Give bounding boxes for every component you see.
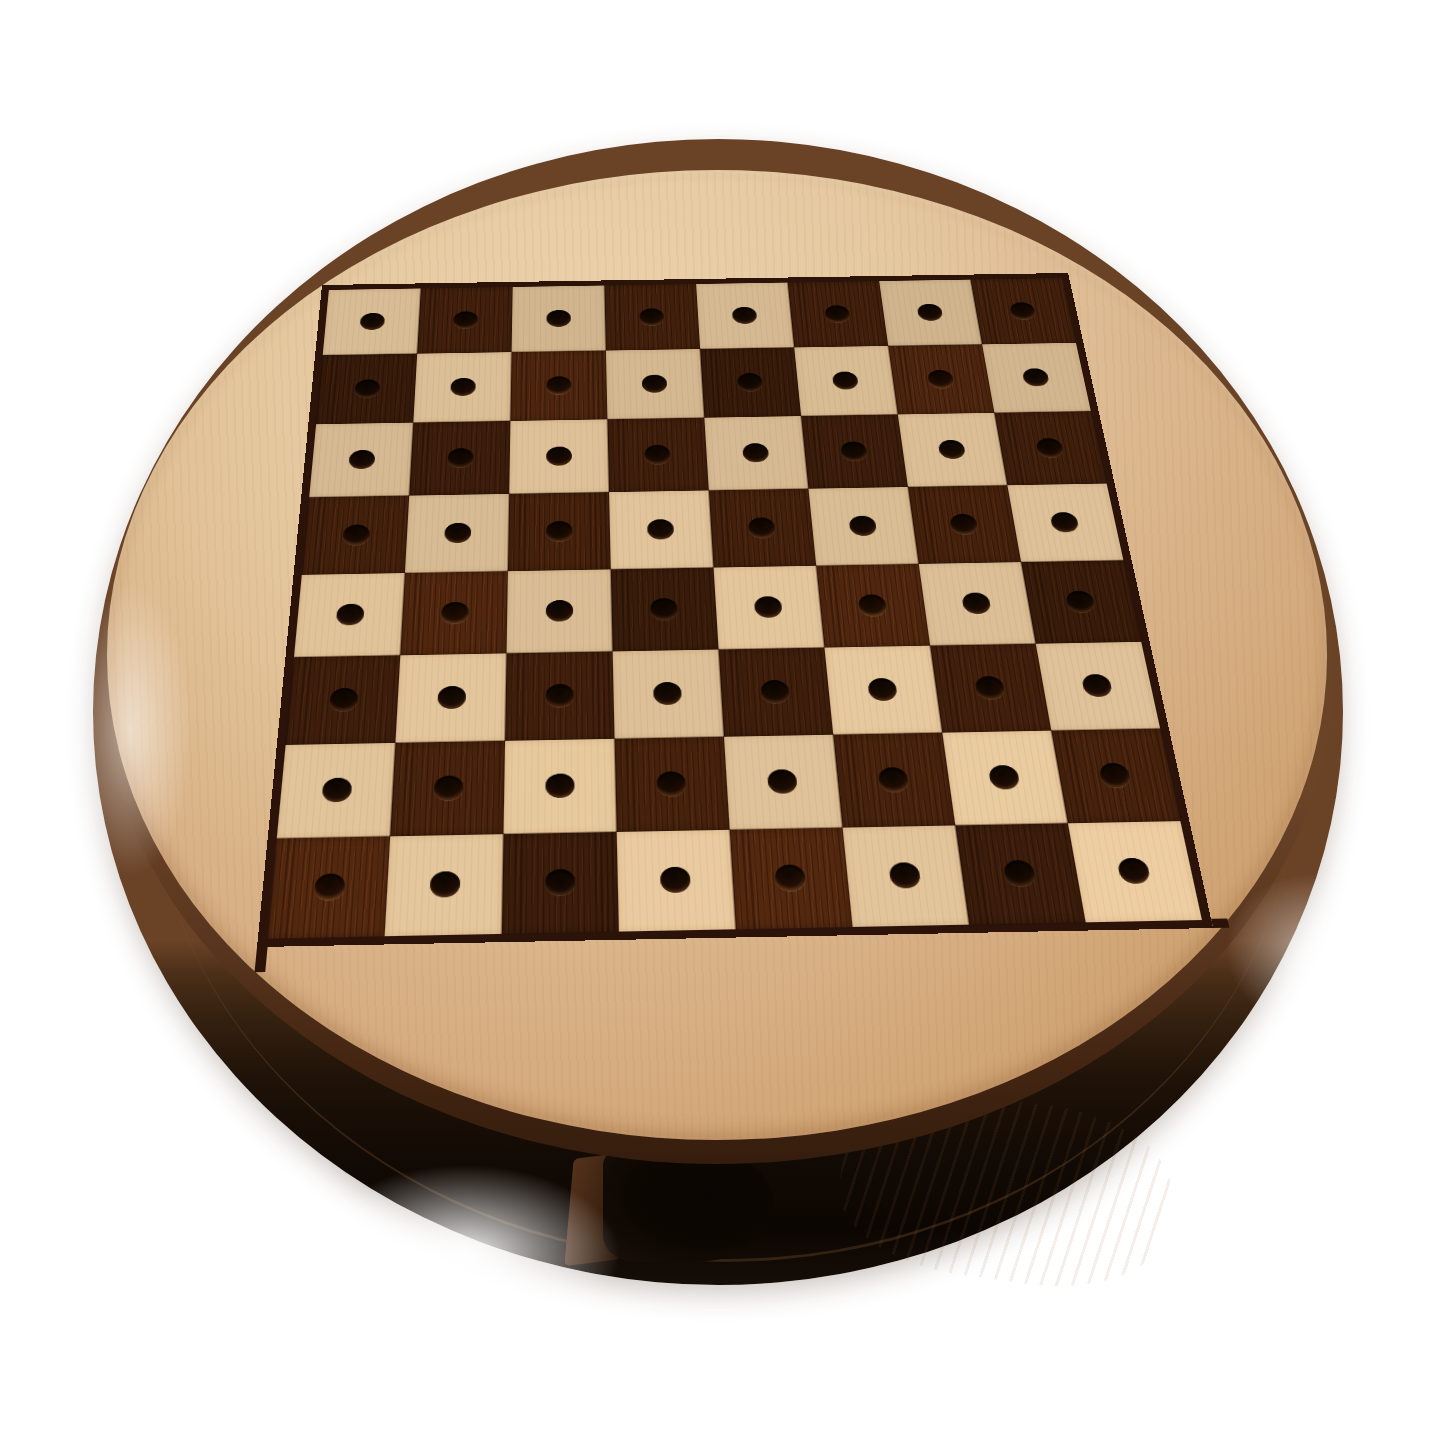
peg-hole: [867, 678, 898, 701]
peg-hole: [322, 778, 353, 803]
square-e7[interactable]: [700, 347, 801, 417]
peg-hole: [988, 765, 1021, 790]
square-d2[interactable]: [615, 737, 730, 832]
square-e3[interactable]: [719, 648, 834, 737]
square-c3[interactable]: [505, 651, 615, 740]
square-d3[interactable]: [613, 650, 724, 739]
peg-hole: [348, 450, 375, 469]
square-c5[interactable]: [508, 492, 611, 571]
peg-hole: [447, 448, 473, 467]
peg-hole: [546, 376, 571, 394]
peg-hole: [938, 440, 966, 459]
peg-hole: [742, 443, 769, 462]
square-c8[interactable]: [512, 286, 606, 353]
square-f7[interactable]: [794, 346, 898, 416]
square-h3[interactable]: [1036, 642, 1160, 731]
frame-corner-inlay-line-right: [1211, 918, 1229, 928]
square-c1[interactable]: [502, 832, 619, 934]
square-a3[interactable]: [286, 655, 401, 745]
peg-hole: [546, 521, 572, 542]
peg-hole: [647, 519, 674, 540]
square-f1[interactable]: [843, 825, 970, 926]
square-d8[interactable]: [604, 284, 700, 351]
square-h4[interactable]: [1021, 560, 1141, 643]
peg-hole: [430, 871, 461, 898]
peg-hole: [546, 446, 572, 465]
square-d1[interactable]: [617, 830, 736, 932]
square-a6[interactable]: [309, 423, 413, 498]
peg-hole: [660, 867, 691, 893]
square-c4[interactable]: [507, 569, 613, 653]
peg-hole: [732, 307, 758, 324]
square-g8[interactable]: [879, 280, 982, 346]
square-a1[interactable]: [267, 836, 390, 938]
square-f5[interactable]: [808, 487, 918, 566]
square-h2[interactable]: [1051, 729, 1180, 824]
peg-hole: [545, 869, 575, 895]
square-b7[interactable]: [413, 352, 511, 422]
peg-hole: [354, 379, 380, 397]
peg-hole: [927, 370, 955, 388]
peg-hole: [444, 523, 471, 544]
square-b8[interactable]: [417, 287, 513, 354]
peg-hole: [974, 676, 1005, 699]
peg-hole: [546, 684, 574, 707]
square-h6[interactable]: [994, 411, 1106, 485]
peg-hole: [656, 771, 686, 796]
peg-hole: [1009, 302, 1036, 319]
square-e4[interactable]: [714, 566, 825, 650]
peg-hole: [767, 769, 798, 794]
peg-hole: [1098, 763, 1132, 788]
peg-hole: [949, 514, 978, 534]
peg-hole: [774, 864, 806, 890]
square-b4[interactable]: [400, 571, 508, 655]
peg-hole: [441, 602, 469, 624]
peg-hole: [639, 308, 664, 325]
square-a7[interactable]: [316, 354, 417, 425]
square-h1[interactable]: [1068, 821, 1202, 922]
peg-hole: [342, 524, 370, 545]
peg-hole: [1065, 591, 1096, 613]
square-g3[interactable]: [930, 644, 1051, 733]
peg-hole: [547, 310, 571, 327]
peg-hole: [437, 686, 466, 709]
peg-hole: [858, 594, 888, 616]
peg-hole: [832, 371, 859, 389]
square-b6[interactable]: [409, 421, 510, 496]
peg-hole: [824, 305, 850, 322]
peg-hole: [329, 688, 359, 711]
peg-hole: [434, 775, 464, 800]
peg-hole: [1116, 858, 1151, 884]
square-d6[interactable]: [607, 418, 708, 492]
peg-hole: [760, 680, 790, 703]
peg-hole: [642, 375, 668, 393]
peg-hole: [961, 592, 991, 614]
peg-hole: [360, 313, 386, 330]
peg-hole: [840, 441, 868, 460]
square-f2[interactable]: [833, 733, 955, 828]
peg-hole: [1022, 368, 1050, 386]
square-f3[interactable]: [824, 646, 942, 735]
peg-hole: [1081, 674, 1113, 697]
square-e6[interactable]: [704, 416, 808, 490]
peg-hole: [545, 773, 574, 798]
square-g6[interactable]: [898, 413, 1008, 487]
peg-hole: [748, 517, 776, 537]
square-d7[interactable]: [606, 349, 704, 419]
peg-hole: [653, 682, 682, 705]
peg-hole: [453, 311, 478, 328]
peg-hole: [737, 373, 763, 391]
square-f6[interactable]: [801, 414, 908, 488]
square-e1[interactable]: [730, 828, 853, 930]
square-e2[interactable]: [724, 735, 843, 830]
peg-hole: [917, 304, 944, 321]
peg-hole: [1003, 860, 1037, 886]
peg-hole: [1035, 438, 1064, 457]
square-h8[interactable]: [971, 278, 1076, 344]
square-h5[interactable]: [1007, 484, 1123, 563]
square-e8[interactable]: [696, 283, 794, 349]
square-c2[interactable]: [504, 739, 617, 834]
chess-board[interactable]: [257, 273, 1213, 947]
peg-hole: [450, 378, 476, 396]
square-e5[interactable]: [709, 489, 816, 568]
square-a8[interactable]: [323, 288, 421, 355]
peg-hole: [1050, 512, 1080, 532]
square-g5[interactable]: [908, 485, 1021, 564]
square-g4[interactable]: [919, 562, 1036, 646]
square-a5[interactable]: [302, 496, 409, 575]
square-f4[interactable]: [816, 564, 930, 648]
peg-hole: [644, 445, 670, 464]
square-h7[interactable]: [982, 343, 1091, 413]
peg-hole: [754, 596, 783, 618]
peg-hole: [849, 516, 878, 536]
square-a4[interactable]: [294, 573, 405, 657]
square-g2[interactable]: [942, 731, 1068, 826]
peg-hole: [888, 862, 921, 888]
peg-hole: [546, 600, 573, 622]
square-g7[interactable]: [888, 344, 994, 414]
square-b1[interactable]: [385, 834, 504, 936]
square-b2[interactable]: [390, 741, 505, 836]
product-photo: [0, 0, 1440, 1440]
board-grid: [267, 278, 1202, 938]
square-c6[interactable]: [509, 419, 609, 494]
square-b3[interactable]: [395, 653, 506, 743]
peg-hole: [650, 598, 678, 620]
notch-opening: [603, 1148, 775, 1262]
square-g1[interactable]: [955, 823, 1085, 924]
square-d4[interactable]: [611, 568, 719, 652]
square-c7[interactable]: [510, 351, 607, 421]
peg-hole: [336, 604, 365, 626]
square-a2[interactable]: [277, 743, 396, 839]
peg-hole: [314, 873, 346, 900]
square-d5[interactable]: [609, 490, 713, 569]
square-f8[interactable]: [788, 281, 889, 347]
peg-hole: [877, 767, 909, 792]
square-b5[interactable]: [405, 494, 509, 573]
